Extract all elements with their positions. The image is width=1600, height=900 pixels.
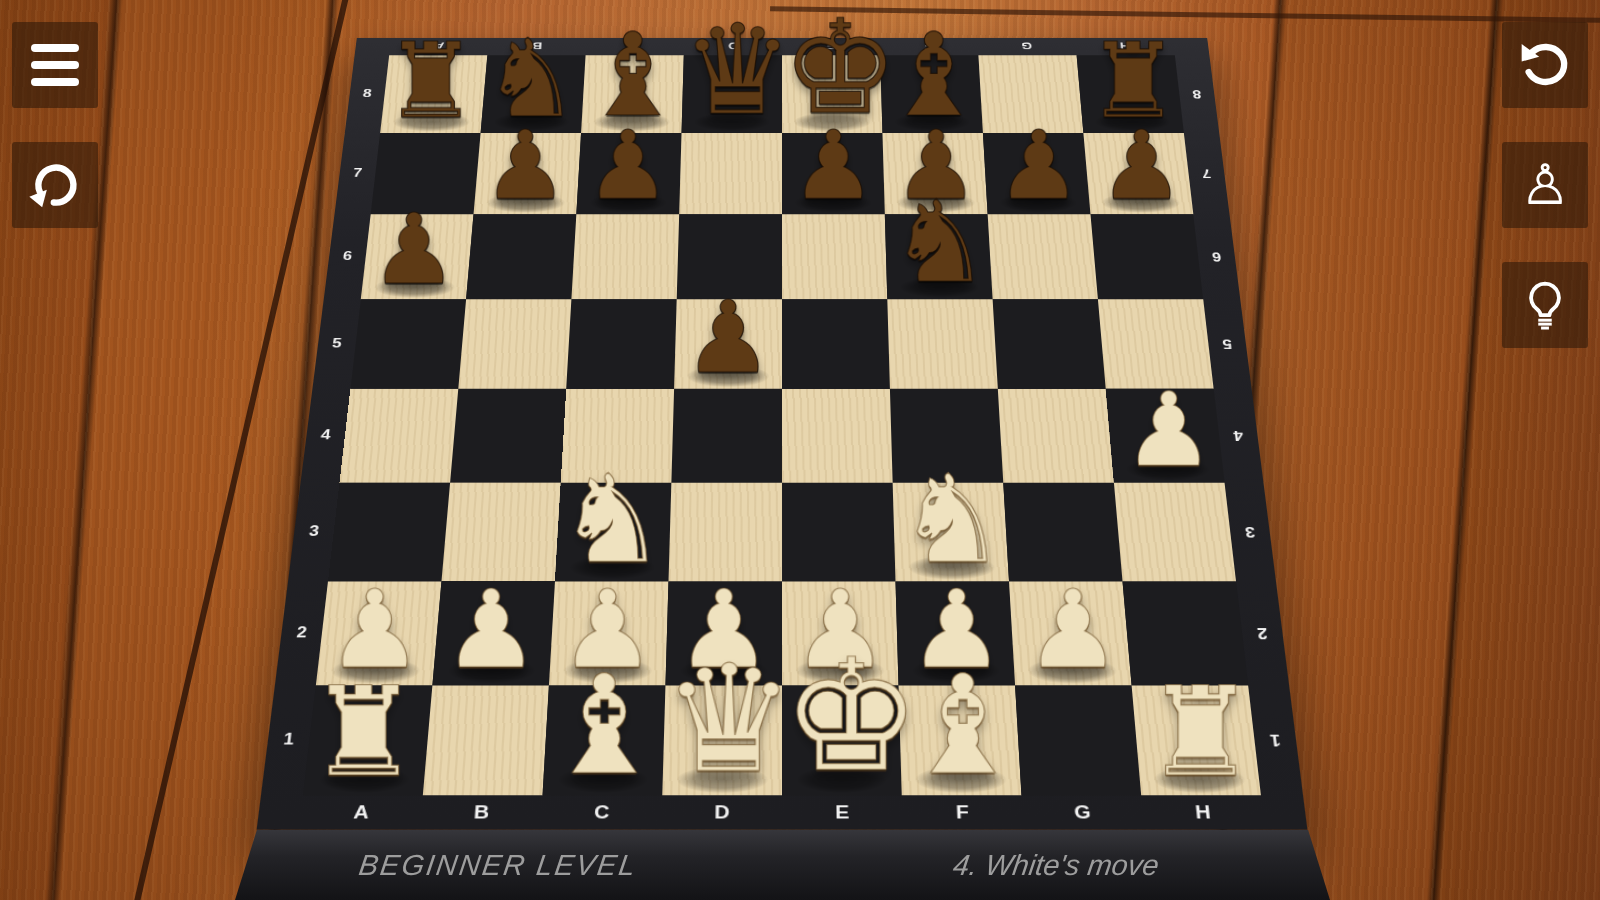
file-labels-top: ABCDEFGH [389,38,1175,56]
square-g5[interactable] [993,299,1106,388]
white-knight[interactable]: ♞ [895,459,1008,581]
white-pawn[interactable]: ♟ [433,576,549,684]
black-pawn[interactable]: ♟ [1090,118,1193,213]
piece-button[interactable]: ♙ [1502,142,1588,228]
black-pawn[interactable]: ♟ [674,288,782,388]
chessboard-3d: ABCDEFGH ABCDEFGH 87654321 87654321 ♜♞♝♛… [257,38,1308,830]
coordinate-label: A [299,795,423,830]
square-h1[interactable]: ♜ [1132,685,1261,795]
square-b5[interactable] [458,299,571,388]
coordinate-label: D [661,795,782,830]
square-g7[interactable]: ♟ [983,133,1091,214]
white-rook[interactable]: ♜ [304,670,424,794]
black-pawn[interactable]: ♟ [361,201,466,298]
square-d1[interactable]: ♛ [662,685,782,795]
undo-button[interactable] [1502,22,1588,108]
board-front-face: BEGINNER LEVEL 4. White's move [235,830,1330,900]
coordinate-label: C [541,795,663,830]
coordinate-label: H [1075,38,1175,56]
square-a8[interactable]: ♜ [380,55,487,133]
coordinate-label: C [586,38,685,56]
hint-button[interactable] [1502,262,1588,348]
pawn-icon: ♙ [1520,157,1570,213]
coordinate-label: A [389,38,489,56]
square-b2[interactable]: ♟ [432,581,555,685]
coordinate-label: G [1021,795,1144,830]
square-d4[interactable] [671,389,782,483]
new-game-button[interactable] [12,142,98,228]
square-c7[interactable]: ♟ [576,133,681,214]
move-indicator: 4. White's move [951,849,1161,882]
square-a5[interactable] [350,299,466,388]
square-e7[interactable]: ♟ [782,133,885,214]
square-e1[interactable]: ♚ [782,685,902,795]
difficulty-level-label: BEGINNER LEVEL [357,849,639,882]
coordinate-label: E [782,38,880,56]
square-a1[interactable]: ♜ [303,685,432,795]
black-pawn[interactable]: ♟ [474,118,577,213]
coordinate-label: D [684,38,782,56]
square-g6[interactable] [988,214,1098,299]
file-labels-bottom: ABCDEFGH [299,795,1265,830]
white-pawn[interactable]: ♟ [1015,576,1131,684]
square-g4[interactable] [998,389,1114,483]
undo-arrow-icon [1517,37,1573,93]
black-knight[interactable]: ♞ [887,186,992,299]
white-queen[interactable]: ♛ [662,645,782,793]
square-b7[interactable]: ♟ [474,133,582,214]
square-d5[interactable]: ♟ [674,299,782,388]
menu-button[interactable] [12,22,98,108]
coordinate-label: B [420,795,543,830]
square-h6[interactable] [1090,214,1203,299]
white-knight[interactable]: ♞ [555,459,668,581]
white-pawn[interactable]: ♟ [1113,379,1223,481]
coordinate-label: G [977,38,1076,56]
square-h4[interactable]: ♟ [1106,389,1225,483]
square-d7[interactable] [679,133,782,214]
restart-icon [27,157,83,213]
square-g1[interactable] [1015,685,1141,795]
square-a6[interactable]: ♟ [361,214,474,299]
square-e4[interactable] [782,389,893,483]
lightbulb-icon [1518,278,1572,332]
square-e5[interactable] [782,299,890,388]
board-grid: ♜♞♝♛♚♝♜♟♟♟♟♟♟♟♞♟♟♞♞♟♟♟♟♟♟♟♜♝♛♚♝♜ [303,55,1261,795]
square-e6[interactable] [782,214,887,299]
square-d8[interactable]: ♛ [682,55,782,133]
black-pawn[interactable]: ♟ [577,118,680,213]
square-c6[interactable] [571,214,679,299]
coordinate-label: B [487,38,586,56]
square-h3[interactable] [1114,483,1236,582]
square-c1[interactable]: ♝ [543,685,666,795]
square-c5[interactable] [566,299,677,388]
square-g2[interactable]: ♟ [1009,581,1132,685]
coordinate-label: F [902,795,1024,830]
black-pawn[interactable]: ♟ [987,118,1090,213]
white-bishop[interactable]: ♝ [543,656,663,793]
coordinate-label: E [782,795,903,830]
square-f1[interactable]: ♝ [899,685,1022,795]
square-b6[interactable] [466,214,576,299]
square-h7[interactable]: ♟ [1083,133,1193,214]
white-king[interactable]: ♚ [782,639,902,794]
square-b1[interactable] [423,685,549,795]
square-b4[interactable] [450,389,566,483]
hamburger-icon [31,44,79,86]
black-pawn[interactable]: ♟ [782,118,885,213]
coordinate-label: F [880,38,979,56]
square-f6[interactable]: ♞ [885,214,993,299]
white-rook[interactable]: ♜ [1141,670,1261,794]
square-f5[interactable] [887,299,998,388]
square-a4[interactable] [339,389,458,483]
black-queen[interactable]: ♛ [682,8,782,132]
white-bishop[interactable]: ♝ [902,656,1022,793]
game-scene: ABCDEFGH ABCDEFGH 87654321 87654321 ♜♞♝♛… [0,0,1600,900]
coordinate-label: H [1141,795,1265,830]
